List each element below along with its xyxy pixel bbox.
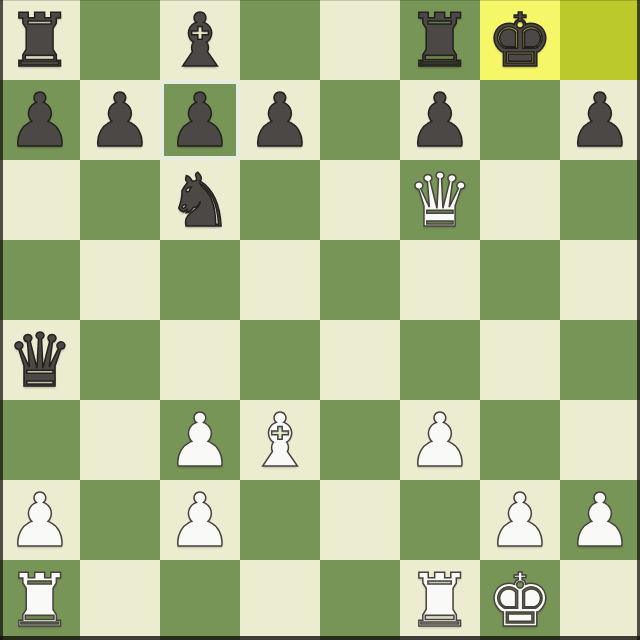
piece-black-pawn[interactable]: ♟ [80,80,160,160]
piece-black-pawn[interactable]: ♟ [0,80,80,160]
piece-black-pawn[interactable]: ♟ [240,80,320,160]
square-b8[interactable] [80,0,160,80]
square-g1[interactable]: ♚ [480,560,560,640]
square-c2[interactable]: ♟ [160,480,240,560]
square-a3[interactable] [0,400,80,480]
piece-black-rook[interactable]: ♜ [400,0,480,80]
square-h3[interactable] [560,400,640,480]
square-c7[interactable]: ♟ [160,80,240,160]
square-d4[interactable] [240,320,320,400]
square-f8[interactable]: ♜ [400,0,480,80]
square-g5[interactable] [480,240,560,320]
square-d8[interactable] [240,0,320,80]
square-a4[interactable]: ♛ [0,320,80,400]
square-f5[interactable] [400,240,480,320]
square-g7[interactable] [480,80,560,160]
square-d6[interactable] [240,160,320,240]
square-f2[interactable] [400,480,480,560]
piece-black-pawn[interactable]: ♟ [560,80,640,160]
square-h1[interactable] [560,560,640,640]
square-b6[interactable] [80,160,160,240]
square-f6[interactable]: ♛ [400,160,480,240]
square-e7[interactable] [320,80,400,160]
square-e2[interactable] [320,480,400,560]
square-c5[interactable] [160,240,240,320]
square-d5[interactable] [240,240,320,320]
square-h7[interactable]: ♟ [560,80,640,160]
square-e5[interactable] [320,240,400,320]
piece-white-pawn[interactable]: ♟ [0,480,80,560]
square-a6[interactable] [0,160,80,240]
square-c1[interactable] [160,560,240,640]
square-f4[interactable] [400,320,480,400]
square-b7[interactable]: ♟ [80,80,160,160]
square-b1[interactable] [80,560,160,640]
square-f7[interactable]: ♟ [400,80,480,160]
square-c6[interactable]: ♞ [160,160,240,240]
square-h2[interactable]: ♟ [560,480,640,560]
square-b2[interactable] [80,480,160,560]
piece-black-pawn[interactable]: ♟ [400,80,480,160]
piece-white-queen[interactable]: ♛ [400,160,480,240]
square-d3[interactable]: ♝ [240,400,320,480]
square-g3[interactable] [480,400,560,480]
piece-black-knight[interactable]: ♞ [160,160,240,240]
square-a5[interactable] [0,240,80,320]
square-h6[interactable] [560,160,640,240]
piece-white-rook[interactable]: ♜ [400,560,480,640]
square-b4[interactable] [80,320,160,400]
square-h4[interactable] [560,320,640,400]
piece-white-rook[interactable]: ♜ [0,560,80,640]
square-f3[interactable]: ♟ [400,400,480,480]
square-g6[interactable] [480,160,560,240]
piece-white-king[interactable]: ♚ [480,560,560,640]
piece-black-bishop[interactable]: ♝ [160,0,240,80]
square-g2[interactable]: ♟ [480,480,560,560]
square-e1[interactable] [320,560,400,640]
square-g8[interactable]: ♚ [480,0,560,80]
square-h5[interactable] [560,240,640,320]
piece-white-bishop[interactable]: ♝ [240,400,320,480]
square-a7[interactable]: ♟ [0,80,80,160]
chess-board: ♜♝♜♚♟♟♟♟♟♟♞♛♛♟♝♟♟♟♟♟♜♜♚ [0,0,640,640]
square-b3[interactable] [80,400,160,480]
square-d7[interactable]: ♟ [240,80,320,160]
piece-white-pawn[interactable]: ♟ [560,480,640,560]
piece-black-queen[interactable]: ♛ [0,320,80,400]
piece-black-rook[interactable]: ♜ [0,0,80,80]
square-d1[interactable] [240,560,320,640]
square-g4[interactable] [480,320,560,400]
square-b5[interactable] [80,240,160,320]
square-a8[interactable]: ♜ [0,0,80,80]
piece-black-pawn[interactable]: ♟ [160,80,240,160]
square-c8[interactable]: ♝ [160,0,240,80]
square-e8[interactable] [320,0,400,80]
piece-white-pawn[interactable]: ♟ [480,480,560,560]
square-c4[interactable] [160,320,240,400]
piece-white-pawn[interactable]: ♟ [160,400,240,480]
piece-black-king[interactable]: ♚ [480,0,560,80]
square-c3[interactable]: ♟ [160,400,240,480]
square-h8[interactable] [560,0,640,80]
square-e3[interactable] [320,400,400,480]
square-e6[interactable] [320,160,400,240]
piece-white-pawn[interactable]: ♟ [160,480,240,560]
square-d2[interactable] [240,480,320,560]
board-wrap: ♜♝♜♚♟♟♟♟♟♟♞♛♛♟♝♟♟♟♟♟♜♜♚ [0,0,640,640]
square-f1[interactable]: ♜ [400,560,480,640]
square-a2[interactable]: ♟ [0,480,80,560]
piece-white-pawn[interactable]: ♟ [400,400,480,480]
square-e4[interactable] [320,320,400,400]
square-a1[interactable]: ♜ [0,560,80,640]
